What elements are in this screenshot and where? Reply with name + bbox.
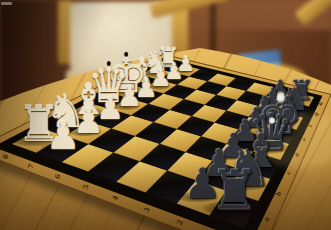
piece-glyph: ♟: [183, 163, 221, 205]
dark-finial: [107, 61, 111, 66]
corner-artifact: [1, 2, 12, 5]
piece-white-pawn-a7[interactable]: ♟: [46, 117, 81, 156]
piece-black-pawn-a2[interactable]: ♟: [183, 163, 221, 205]
piece-glyph: ♟: [46, 117, 81, 156]
chess-scene: 12345678abcdefgh ♜♞♝♛♚♝♞♜♟♟♟♟♟♟♟♟♜♞♝♛♚♝♞…: [0, 0, 331, 230]
dark-finial: [124, 52, 128, 57]
